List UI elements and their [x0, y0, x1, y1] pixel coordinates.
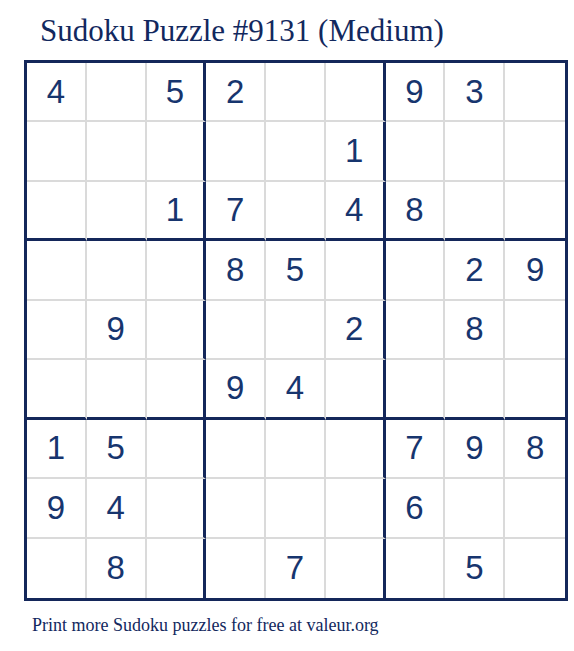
sudoku-cell-r4c5[interactable]: 5 [266, 241, 326, 300]
sudoku-cell-r1c7[interactable]: 9 [386, 63, 446, 122]
sudoku-cell-r1c1[interactable]: 4 [27, 63, 87, 122]
sudoku-cell-r1c5[interactable] [266, 63, 326, 122]
sudoku-cell-r5c9[interactable] [505, 301, 565, 360]
sudoku-cell-r7c5[interactable] [266, 420, 326, 479]
sudoku-cell-r7c2[interactable]: 5 [87, 420, 147, 479]
sudoku-cell-r5c3[interactable] [147, 301, 207, 360]
sudoku-cell-r8c3[interactable] [147, 479, 207, 538]
sudoku-cell-r1c9[interactable] [505, 63, 565, 122]
sudoku-board: 452931174885299289415798946875 [24, 60, 568, 601]
sudoku-cell-r8c5[interactable] [266, 479, 326, 538]
sudoku-cell-r2c7[interactable] [386, 122, 446, 181]
sudoku-cell-r9c3[interactable] [147, 539, 207, 598]
sudoku-cell-r3c8[interactable] [445, 182, 505, 241]
sudoku-cell-r6c1[interactable] [27, 360, 87, 419]
sudoku-cell-r3c1[interactable] [27, 182, 87, 241]
sudoku-cell-r4c1[interactable] [27, 241, 87, 300]
sudoku-cell-r2c9[interactable] [505, 122, 565, 181]
sudoku-cell-r3c2[interactable] [87, 182, 147, 241]
sudoku-cell-r7c9[interactable]: 8 [505, 420, 565, 479]
sudoku-cell-r3c6[interactable]: 4 [326, 182, 386, 241]
sudoku-cell-r8c8[interactable] [445, 479, 505, 538]
sudoku-cell-r6c9[interactable] [505, 360, 565, 419]
sudoku-cell-r9c6[interactable] [326, 539, 386, 598]
sudoku-cell-r9c8[interactable]: 5 [445, 539, 505, 598]
sudoku-cell-r4c4[interactable]: 8 [206, 241, 266, 300]
sudoku-cell-r7c6[interactable] [326, 420, 386, 479]
sudoku-cell-r3c3[interactable]: 1 [147, 182, 207, 241]
sudoku-cell-r2c2[interactable] [87, 122, 147, 181]
sudoku-cell-r1c3[interactable]: 5 [147, 63, 207, 122]
sudoku-cell-r6c8[interactable] [445, 360, 505, 419]
sudoku-cell-r8c6[interactable] [326, 479, 386, 538]
sudoku-cell-r6c4[interactable]: 9 [206, 360, 266, 419]
sudoku-cell-r7c8[interactable]: 9 [445, 420, 505, 479]
sudoku-cell-r5c5[interactable] [266, 301, 326, 360]
sudoku-cell-r8c9[interactable] [505, 479, 565, 538]
sudoku-cell-r2c3[interactable] [147, 122, 207, 181]
sudoku-cell-r5c1[interactable] [27, 301, 87, 360]
sudoku-cell-r4c6[interactable] [326, 241, 386, 300]
sudoku-cell-r5c4[interactable] [206, 301, 266, 360]
sudoku-cell-r3c7[interactable]: 8 [386, 182, 446, 241]
sudoku-cell-r7c3[interactable] [147, 420, 207, 479]
sudoku-cell-r8c1[interactable]: 9 [27, 479, 87, 538]
sudoku-cell-r9c1[interactable] [27, 539, 87, 598]
sudoku-cell-r4c2[interactable] [87, 241, 147, 300]
page-title: Sudoku Puzzle #9131 (Medium) [40, 12, 444, 50]
sudoku-cell-r9c4[interactable] [206, 539, 266, 598]
sudoku-cell-r4c3[interactable] [147, 241, 207, 300]
sudoku-cell-r4c7[interactable] [386, 241, 446, 300]
sudoku-cell-r9c5[interactable]: 7 [266, 539, 326, 598]
sudoku-cell-r9c9[interactable] [505, 539, 565, 598]
sudoku-cell-r6c3[interactable] [147, 360, 207, 419]
sudoku-cell-r2c1[interactable] [27, 122, 87, 181]
sudoku-cell-r1c6[interactable] [326, 63, 386, 122]
sudoku-cell-r5c8[interactable]: 8 [445, 301, 505, 360]
sudoku-cell-r6c5[interactable]: 4 [266, 360, 326, 419]
sudoku-cell-r2c6[interactable]: 1 [326, 122, 386, 181]
sudoku-cell-r6c7[interactable] [386, 360, 446, 419]
sudoku-cell-r4c9[interactable]: 9 [505, 241, 565, 300]
sudoku-cell-r6c2[interactable] [87, 360, 147, 419]
sudoku-cell-r1c2[interactable] [87, 63, 147, 122]
sudoku-cell-r8c7[interactable]: 6 [386, 479, 446, 538]
sudoku-cell-r7c7[interactable]: 7 [386, 420, 446, 479]
sudoku-cell-r8c2[interactable]: 4 [87, 479, 147, 538]
sudoku-cell-r8c4[interactable] [206, 479, 266, 538]
sudoku-cell-r9c2[interactable]: 8 [87, 539, 147, 598]
sudoku-cell-r7c1[interactable]: 1 [27, 420, 87, 479]
sudoku-cell-r9c7[interactable] [386, 539, 446, 598]
sudoku-cell-r1c4[interactable]: 2 [206, 63, 266, 122]
sudoku-cell-r7c4[interactable] [206, 420, 266, 479]
sudoku-cell-r4c8[interactable]: 2 [445, 241, 505, 300]
sudoku-cell-r5c6[interactable]: 2 [326, 301, 386, 360]
sudoku-cell-r2c8[interactable] [445, 122, 505, 181]
sudoku-cell-r2c4[interactable] [206, 122, 266, 181]
sudoku-cell-r2c5[interactable] [266, 122, 326, 181]
sudoku-cell-r6c6[interactable] [326, 360, 386, 419]
sudoku-cell-r1c8[interactable]: 3 [445, 63, 505, 122]
sudoku-cell-r3c9[interactable] [505, 182, 565, 241]
sudoku-cell-r3c4[interactable]: 7 [206, 182, 266, 241]
sudoku-cell-r3c5[interactable] [266, 182, 326, 241]
sudoku-cell-r5c2[interactable]: 9 [87, 301, 147, 360]
sudoku-cell-r5c7[interactable] [386, 301, 446, 360]
footer-text: Print more Sudoku puzzles for free at va… [32, 612, 379, 638]
